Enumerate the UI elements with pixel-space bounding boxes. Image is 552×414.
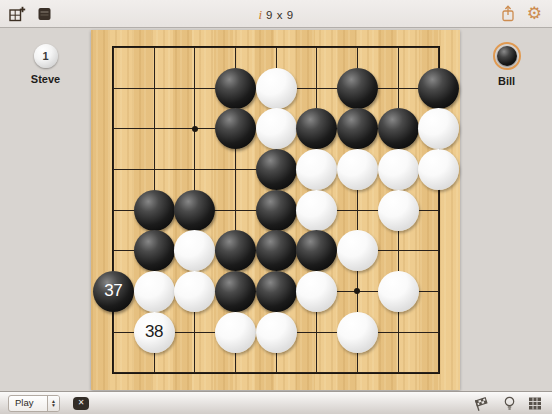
- white-stone[interactable]: [418, 108, 459, 149]
- black-stone[interactable]: [256, 149, 297, 190]
- white-stone[interactable]: [215, 312, 256, 353]
- white-stone[interactable]: [174, 230, 215, 271]
- white-stone[interactable]: [296, 271, 337, 312]
- goban[interactable]: 3738: [91, 30, 460, 390]
- move-number-label: 38: [145, 322, 163, 342]
- black-stone[interactable]: [134, 190, 175, 231]
- black-stone[interactable]: [337, 68, 378, 109]
- black-stone[interactable]: [215, 230, 256, 271]
- title-group: i9 x 9: [0, 5, 552, 23]
- black-stone[interactable]: [256, 190, 297, 231]
- new-game-button[interactable]: [9, 6, 26, 22]
- app-window: i9 x 9 ⚙ 1 Steve Bill: [0, 0, 552, 414]
- share-button[interactable]: [501, 5, 515, 22]
- captures-badge: 1: [42, 50, 48, 62]
- score-button[interactable]: [473, 396, 491, 411]
- move-number-label: 37: [104, 281, 122, 301]
- board-view-button[interactable]: [528, 397, 542, 410]
- delete-move-button[interactable]: ✕: [73, 397, 89, 410]
- white-stone[interactable]: [174, 271, 215, 312]
- black-stone[interactable]: [134, 230, 175, 271]
- black-stone[interactable]: [256, 271, 297, 312]
- black-stone[interactable]: [174, 190, 215, 231]
- hint-bulb-icon: [503, 396, 516, 411]
- white-stone[interactable]: [296, 149, 337, 190]
- mode-select[interactable]: Play ▲▼: [8, 395, 60, 412]
- main-area: 1 Steve Bill 3738: [0, 28, 552, 391]
- white-stone[interactable]: [256, 108, 297, 149]
- white-stone[interactable]: [256, 312, 297, 353]
- black-stone[interactable]: [418, 68, 459, 109]
- board-grid-icon: [528, 397, 542, 410]
- white-stone[interactable]: [256, 68, 297, 109]
- hint-button[interactable]: [503, 396, 516, 411]
- black-stone[interactable]: 37: [93, 271, 134, 312]
- white-stone[interactable]: [134, 271, 175, 312]
- black-stone-avatar[interactable]: [497, 46, 517, 66]
- bottom-toolbar: Play ▲▼ ✕: [0, 391, 552, 414]
- games-library-button[interactable]: [38, 7, 51, 21]
- black-stone[interactable]: [378, 108, 419, 149]
- player-panel-black: Bill: [461, 42, 552, 87]
- black-stone[interactable]: [215, 108, 256, 149]
- black-stone[interactable]: [215, 68, 256, 109]
- settings-button[interactable]: ⚙: [527, 5, 542, 22]
- white-stone[interactable]: [337, 149, 378, 190]
- white-stone-avatar[interactable]: 1: [34, 44, 58, 68]
- info-button[interactable]: i: [258, 7, 262, 22]
- white-stone[interactable]: [378, 149, 419, 190]
- white-stone[interactable]: [378, 271, 419, 312]
- white-stone[interactable]: [337, 312, 378, 353]
- black-stone[interactable]: [256, 230, 297, 271]
- player-name-white: Steve: [0, 73, 91, 85]
- score-flag-icon: [473, 396, 491, 411]
- black-stone[interactable]: [215, 271, 256, 312]
- black-stone[interactable]: [337, 108, 378, 149]
- white-stone[interactable]: [418, 149, 459, 190]
- share-icon: [501, 5, 515, 22]
- games-library-icon: [38, 7, 51, 21]
- stepper-arrows-icon: ▲▼: [47, 396, 59, 411]
- star-point: [192, 126, 198, 132]
- white-stone[interactable]: [378, 190, 419, 231]
- black-stone[interactable]: [296, 108, 337, 149]
- turn-indicator-ring: [493, 42, 521, 70]
- white-stone[interactable]: [337, 230, 378, 271]
- page-title: 9 x 9: [266, 9, 293, 21]
- new-game-board-plus-icon: [9, 6, 26, 22]
- mode-select-value: Play: [9, 396, 47, 411]
- white-stone[interactable]: [296, 190, 337, 231]
- player-panel-white: 1 Steve: [0, 42, 91, 85]
- player-name-black: Bill: [461, 75, 552, 87]
- top-bar: i9 x 9 ⚙: [0, 0, 552, 28]
- white-stone[interactable]: 38: [134, 312, 175, 353]
